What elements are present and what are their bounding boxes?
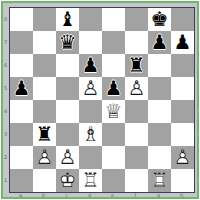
files-bottom-label-g: g — [147, 192, 170, 198]
ranks-right-label-1: 1 — [195, 168, 200, 191]
piece-white-rook-g1[interactable]: ♜♖ — [148, 169, 171, 192]
black-pawn-icon: ♟ — [79, 54, 102, 77]
square-f5[interactable]: ♟♙ — [125, 77, 148, 100]
square-a4[interactable] — [10, 100, 33, 123]
square-a5[interactable]: ♟ — [10, 77, 33, 100]
piece-white-queen-e4[interactable]: ♛♕ — [102, 100, 125, 123]
piece-black-pawn-e5[interactable]: ♟ — [102, 77, 125, 100]
square-f1[interactable] — [125, 169, 148, 192]
square-g8[interactable]: ♚ — [148, 8, 171, 31]
files-bottom-label-b: b — [32, 192, 55, 198]
white-queen-icon: ♕ — [102, 100, 125, 123]
ranks-right-label-7: 7 — [195, 30, 200, 53]
piece-white-king-c1[interactable]: ♚♔ — [56, 169, 79, 192]
piece-white-pawn-h2[interactable]: ♟♙ — [171, 146, 194, 169]
piece-black-queen-c7[interactable]: ♛ — [56, 31, 79, 54]
square-c1[interactable]: ♚♔ — [56, 169, 79, 192]
piece-white-pawn-b2[interactable]: ♟♙ — [33, 146, 56, 169]
white-pawn-icon: ♙ — [171, 146, 194, 169]
piece-black-pawn-h7[interactable]: ♟ — [171, 31, 194, 54]
square-f2[interactable] — [125, 146, 148, 169]
square-c8[interactable]: ♝ — [56, 8, 79, 31]
square-d8[interactable] — [79, 8, 102, 31]
piece-black-pawn-g7[interactable]: ♟ — [148, 31, 171, 54]
square-a2[interactable] — [10, 146, 33, 169]
square-f8[interactable] — [125, 8, 148, 31]
piece-black-pawn-d6[interactable]: ♟ — [79, 54, 102, 77]
square-e4[interactable]: ♛♕ — [102, 100, 125, 123]
square-g6[interactable] — [148, 54, 171, 77]
chess-app-screenshot: 87654321 87654321 abcdefgh ♝♚♛♟♟♟♜♟♟♙♟♟♙… — [0, 0, 200, 200]
square-b5[interactable] — [33, 77, 56, 100]
square-h8[interactable] — [171, 8, 194, 31]
files-bottom-label-f: f — [124, 192, 147, 198]
square-a1[interactable] — [10, 169, 33, 192]
square-f4[interactable] — [125, 100, 148, 123]
ranks-left-label-2: 2 — [2, 145, 9, 168]
black-queen-icon: ♛ — [56, 31, 79, 54]
square-e6[interactable] — [102, 54, 125, 77]
ranks-right-label-5: 5 — [195, 76, 200, 99]
square-c7[interactable]: ♛ — [56, 31, 79, 54]
white-rook-icon: ♖ — [79, 169, 102, 192]
square-b8[interactable] — [33, 8, 56, 31]
piece-white-pawn-d5[interactable]: ♟♙ — [79, 77, 102, 100]
files-bottom-label-a: a — [9, 192, 32, 198]
ranks-left-label-3: 3 — [2, 122, 9, 145]
square-a8[interactable] — [10, 8, 33, 31]
square-a7[interactable] — [10, 31, 33, 54]
square-c2[interactable]: ♟♙ — [56, 146, 79, 169]
square-g2[interactable] — [148, 146, 171, 169]
piece-black-king-g8[interactable]: ♚ — [148, 8, 171, 31]
square-h2[interactable]: ♟♙ — [171, 146, 194, 169]
square-c5[interactable] — [56, 77, 79, 100]
square-g1[interactable]: ♜♖ — [148, 169, 171, 192]
black-rook-icon: ♜ — [33, 123, 56, 146]
square-b6[interactable] — [33, 54, 56, 77]
ranks-left-label-8: 8 — [2, 7, 9, 30]
square-d1[interactable]: ♜♖ — [79, 169, 102, 192]
square-g7[interactable]: ♟ — [148, 31, 171, 54]
square-d6[interactable]: ♟ — [79, 54, 102, 77]
black-king-icon: ♚ — [148, 8, 171, 31]
square-h3[interactable] — [171, 123, 194, 146]
square-f3[interactable] — [125, 123, 148, 146]
square-e2[interactable] — [102, 146, 125, 169]
piece-black-rook-b3[interactable]: ♜ — [33, 123, 56, 146]
ranks-left-label-7: 7 — [2, 30, 9, 53]
square-b2[interactable]: ♟♙ — [33, 146, 56, 169]
files-bottom-label-e: e — [101, 192, 124, 198]
black-pawn-icon: ♟ — [102, 77, 125, 100]
black-pawn-icon: ♟ — [148, 31, 171, 54]
square-b3[interactable]: ♜ — [33, 123, 56, 146]
white-pawn-icon: ♙ — [56, 146, 79, 169]
piece-white-rook-d1[interactable]: ♜♖ — [79, 169, 102, 192]
square-e5[interactable]: ♟ — [102, 77, 125, 100]
piece-white-pawn-f5[interactable]: ♟♙ — [125, 77, 148, 100]
file-labels-bottom: abcdefgh — [9, 192, 193, 198]
square-f6[interactable]: ♜ — [125, 54, 148, 77]
rank-labels-right: 87654321 — [195, 7, 200, 191]
square-h5[interactable] — [171, 77, 194, 100]
square-c3[interactable] — [56, 123, 79, 146]
square-d2[interactable] — [79, 146, 102, 169]
square-g5[interactable] — [148, 77, 171, 100]
chess-board: ♝♚♛♟♟♟♜♟♟♙♟♟♙♛♕♜♝♗♟♙♟♙♟♙♚♔♜♖♜♖ — [9, 7, 195, 193]
square-b4[interactable] — [33, 100, 56, 123]
square-d4[interactable] — [79, 100, 102, 123]
ranks-right-label-6: 6 — [195, 53, 200, 76]
square-h7[interactable]: ♟ — [171, 31, 194, 54]
square-d3[interactable]: ♝♗ — [79, 123, 102, 146]
white-pawn-icon: ♙ — [125, 77, 148, 100]
files-bottom-label-d: d — [78, 192, 101, 198]
piece-black-pawn-a5[interactable]: ♟ — [10, 77, 33, 100]
black-pawn-icon: ♟ — [171, 31, 194, 54]
piece-black-rook-f6[interactable]: ♜ — [125, 54, 148, 77]
square-h6[interactable] — [171, 54, 194, 77]
ranks-right-label-2: 2 — [195, 145, 200, 168]
square-b1[interactable] — [33, 169, 56, 192]
black-bishop-icon: ♝ — [56, 8, 79, 31]
white-pawn-icon: ♙ — [79, 77, 102, 100]
white-bishop-icon: ♗ — [79, 123, 102, 146]
square-g4[interactable] — [148, 100, 171, 123]
square-d5[interactable]: ♟♙ — [79, 77, 102, 100]
square-c6[interactable] — [56, 54, 79, 77]
ranks-left-label-1: 1 — [2, 168, 9, 191]
piece-white-pawn-c2[interactable]: ♟♙ — [56, 146, 79, 169]
square-h4[interactable] — [171, 100, 194, 123]
square-b7[interactable] — [33, 31, 56, 54]
white-pawn-icon: ♙ — [33, 146, 56, 169]
square-e7[interactable] — [102, 31, 125, 54]
square-e3[interactable] — [102, 123, 125, 146]
square-f7[interactable] — [125, 31, 148, 54]
square-e1[interactable] — [102, 169, 125, 192]
square-a3[interactable] — [10, 123, 33, 146]
rank-labels-left: 87654321 — [2, 7, 9, 191]
white-king-icon: ♔ — [56, 169, 79, 192]
piece-white-bishop-d3[interactable]: ♝♗ — [79, 123, 102, 146]
ranks-left-label-6: 6 — [2, 53, 9, 76]
ranks-right-label-3: 3 — [195, 122, 200, 145]
white-rook-icon: ♖ — [148, 169, 171, 192]
ranks-right-label-4: 4 — [195, 99, 200, 122]
square-g3[interactable] — [148, 123, 171, 146]
piece-black-bishop-c8[interactable]: ♝ — [56, 8, 79, 31]
files-bottom-label-h: h — [170, 192, 193, 198]
ranks-right-label-8: 8 — [195, 7, 200, 30]
square-h1[interactable] — [171, 169, 194, 192]
files-bottom-label-c: c — [55, 192, 78, 198]
square-c4[interactable] — [56, 100, 79, 123]
black-rook-icon: ♜ — [125, 54, 148, 77]
black-pawn-icon: ♟ — [10, 77, 33, 100]
square-a6[interactable] — [10, 54, 33, 77]
ranks-left-label-4: 4 — [2, 99, 9, 122]
square-e8[interactable] — [102, 8, 125, 31]
square-d7[interactable] — [79, 31, 102, 54]
ranks-left-label-5: 5 — [2, 76, 9, 99]
